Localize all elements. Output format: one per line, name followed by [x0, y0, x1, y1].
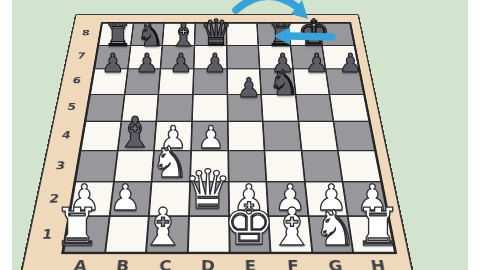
file-label-C: C: [144, 259, 187, 270]
piece-black-pawn-a7[interactable]: ♟: [101, 50, 124, 76]
square-g4[interactable]: [298, 121, 338, 150]
piece-black-queen-d8[interactable]: ♛: [200, 15, 232, 51]
piece-white-knight-g1[interactable]: ♞: [313, 204, 357, 253]
rank-label-6: 6: [62, 77, 92, 85]
square-a4[interactable]: [81, 121, 121, 150]
piece-white-rook-h1[interactable]: ♜: [355, 201, 402, 253]
rank-label-5: 5: [56, 103, 87, 112]
piece-white-bishop-f1[interactable]: ♝: [269, 201, 316, 253]
illustration-stage: 87654321 ABCDEFGH ♜♞♝♛♜♚♟♟♟♟♟♟♟♟♞♝♟♟♞♟♟♛…: [0, 0, 480, 270]
piece-black-rook-a8[interactable]: ♜: [104, 19, 133, 51]
piece-black-rook-f8[interactable]: ♜: [267, 19, 296, 51]
piece-black-bishop-c8[interactable]: ♝: [169, 19, 198, 51]
piece-white-pawn-d4[interactable]: ♟: [197, 122, 225, 153]
piece-black-pawn-d7[interactable]: ♟: [203, 50, 226, 76]
file-label-G: G: [314, 259, 358, 270]
rank-label-8: 8: [72, 29, 100, 36]
square-f4[interactable]: [263, 121, 302, 150]
piece-white-king-e1[interactable]: ♚: [223, 195, 275, 253]
piece-white-pawn-b2[interactable]: ♟: [109, 180, 141, 216]
piece-black-knight-b8[interactable]: ♞: [137, 20, 165, 51]
piece-black-pawn-b7[interactable]: ♟: [135, 50, 158, 76]
file-label-F: F: [271, 259, 315, 270]
file-label-B: B: [101, 259, 145, 270]
piece-black-pawn-h7[interactable]: ♟: [339, 50, 362, 76]
square-h4[interactable]: [334, 121, 375, 150]
piece-black-bishop-b4[interactable]: ♝: [116, 112, 154, 154]
rank-label-4: 4: [50, 131, 82, 140]
file-label-E: E: [229, 259, 272, 270]
file-label-D: D: [186, 259, 229, 270]
file-label-H: H: [356, 259, 401, 270]
square-h5[interactable]: [330, 94, 370, 121]
piece-black-king-g8[interactable]: ♚: [298, 15, 330, 51]
rank-label-7: 7: [67, 52, 96, 60]
piece-white-bishop-c1[interactable]: ♝: [140, 201, 187, 253]
rank-label-3: 3: [44, 161, 78, 171]
piece-black-knight-f6[interactable]: ♞: [268, 66, 299, 101]
piece-black-pawn-g7[interactable]: ♟: [305, 50, 328, 76]
piece-white-rook-a1[interactable]: ♜: [54, 201, 101, 253]
file-label-A: A: [58, 259, 103, 270]
square-d5[interactable]: [192, 94, 227, 121]
square-e4[interactable]: [227, 121, 264, 150]
piece-black-pawn-e6[interactable]: ♟: [237, 74, 261, 101]
square-c5[interactable]: [157, 94, 193, 121]
piece-black-pawn-c7[interactable]: ♟: [169, 50, 192, 76]
square-g5[interactable]: [295, 94, 333, 121]
